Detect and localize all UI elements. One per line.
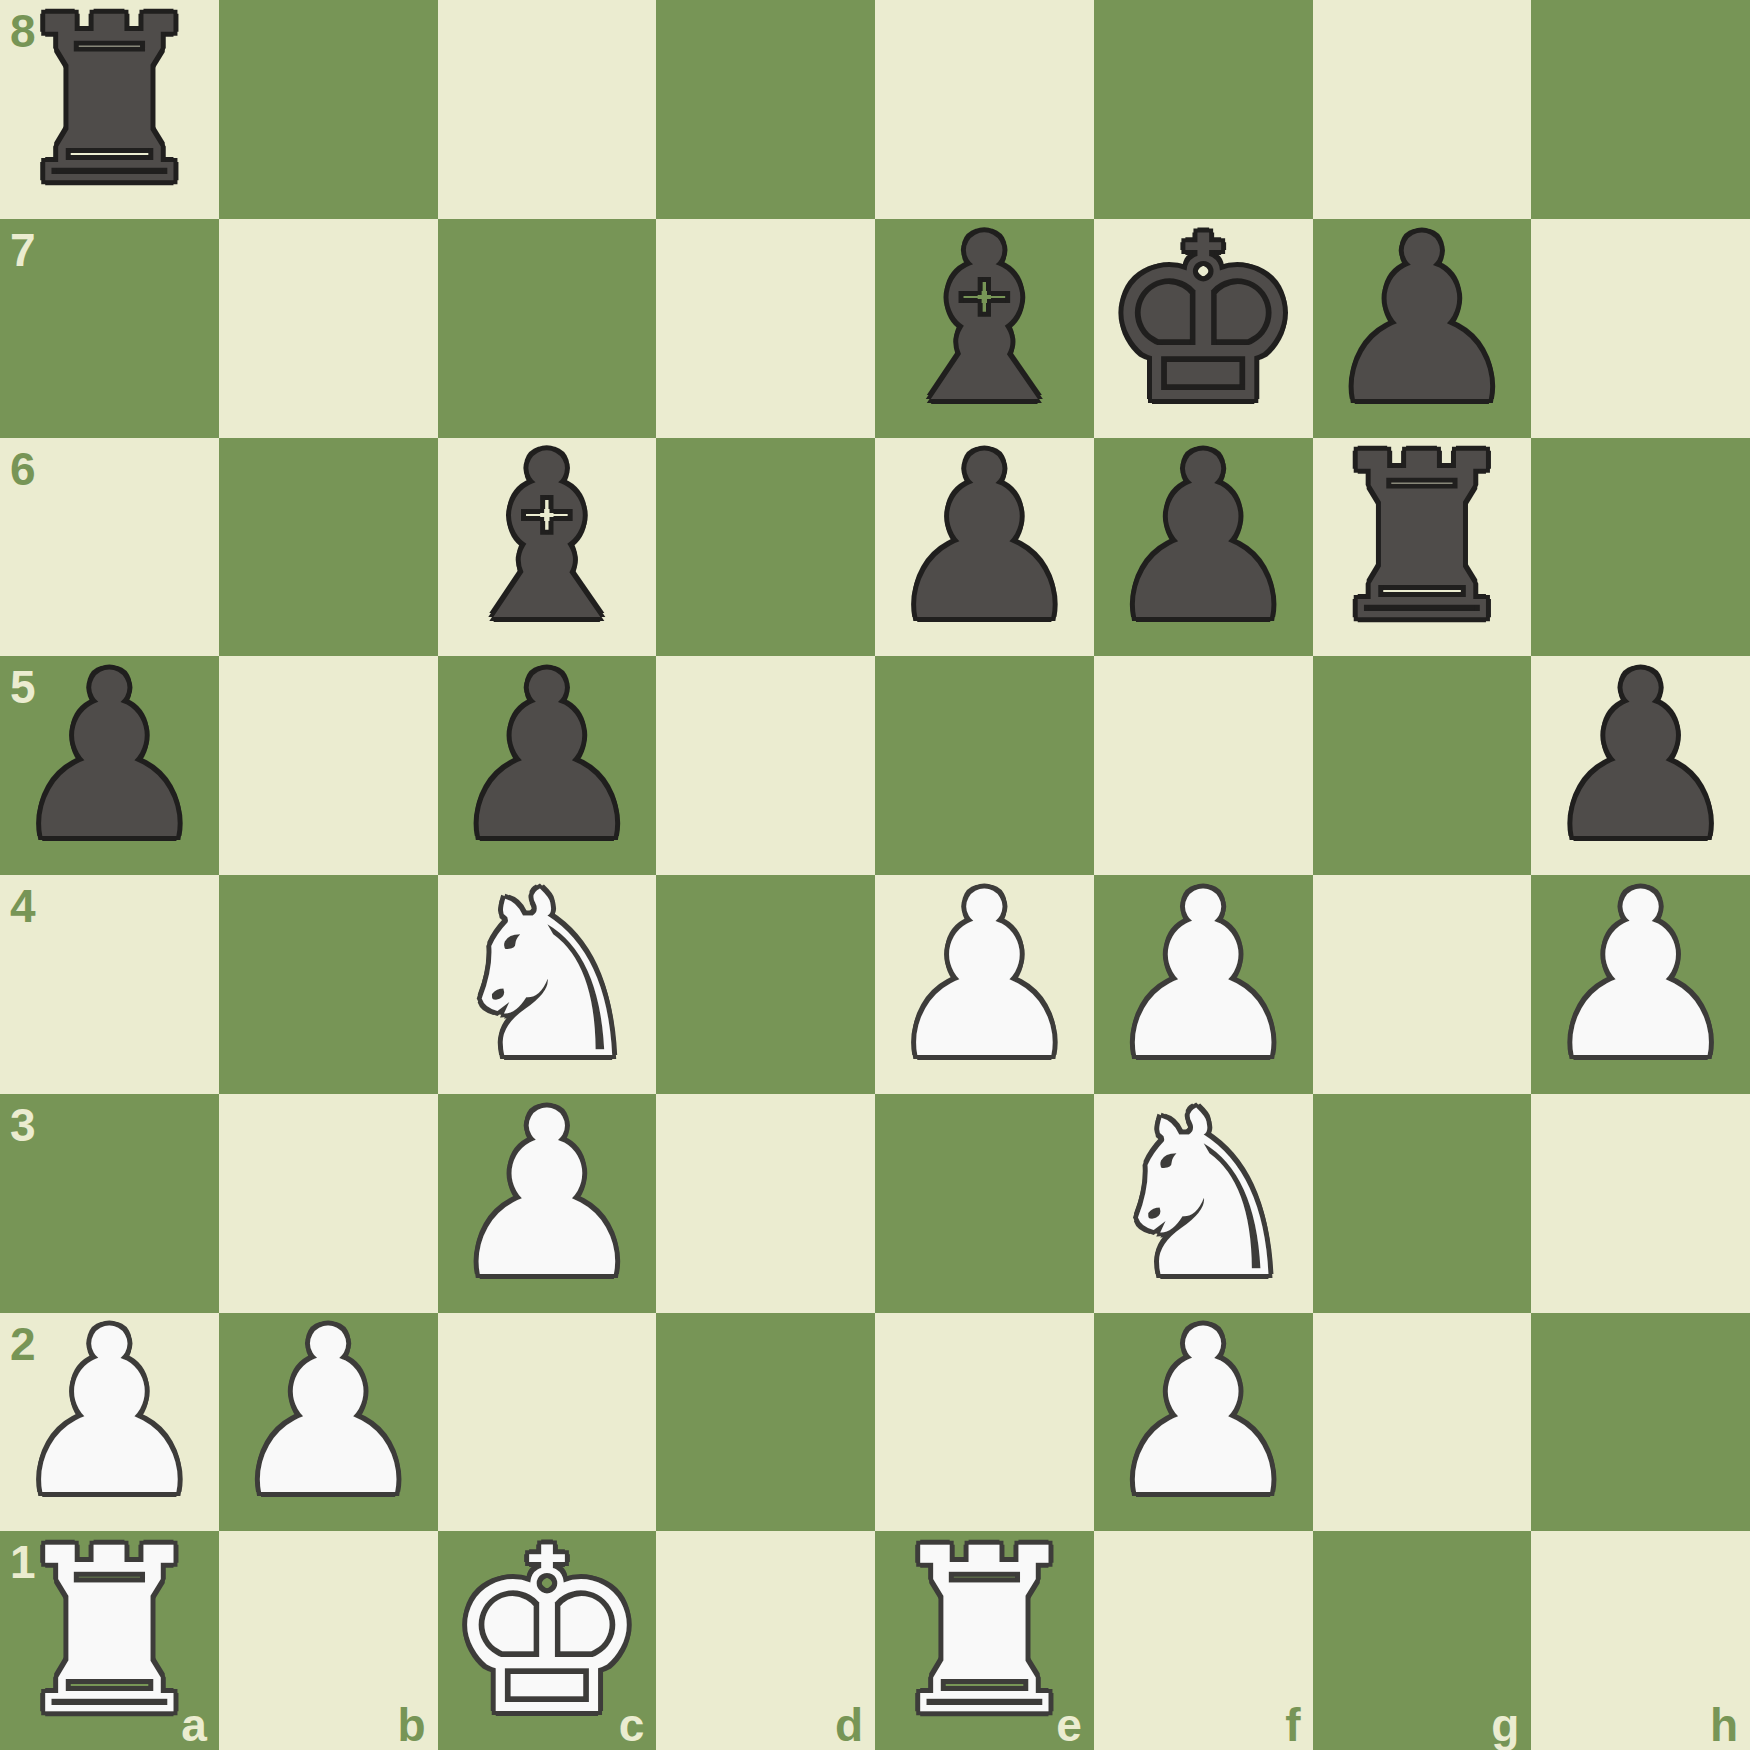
white-rook-a1[interactable]: ♜ <box>7 1531 211 1742</box>
square-b4[interactable] <box>219 875 438 1094</box>
square-f7[interactable]: ♚ <box>1094 219 1313 438</box>
black-bishop-e7[interactable]: ♝ <box>882 219 1086 430</box>
square-g7[interactable]: ♟ <box>1313 219 1532 438</box>
square-e3[interactable] <box>875 1094 1094 1313</box>
square-h8[interactable] <box>1531 0 1750 219</box>
square-c6[interactable]: ♝ <box>438 438 657 657</box>
black-rook-g6[interactable]: ♜ <box>1320 438 1524 649</box>
square-g1[interactable]: g <box>1313 1531 1532 1750</box>
file-label-f: f <box>1285 1702 1300 1748</box>
chess-board: 8♜7♝♚♟6♝♟♟♜5♟♟♟4♞♟♟♟3♟♞2♟♟♟1a♜bc♚de♜fgh <box>0 0 1750 1750</box>
file-label-b: b <box>397 1702 425 1748</box>
square-g3[interactable] <box>1313 1094 1532 1313</box>
square-h1[interactable]: h <box>1531 1531 1750 1750</box>
white-pawn-a2[interactable]: ♟ <box>7 1313 211 1524</box>
square-h2[interactable] <box>1531 1313 1750 1532</box>
rank-label-6: 6 <box>10 446 36 492</box>
square-e4[interactable]: ♟ <box>875 875 1094 1094</box>
square-a7[interactable]: 7 <box>0 219 219 438</box>
square-a8[interactable]: 8♜ <box>0 0 219 219</box>
square-e5[interactable] <box>875 656 1094 875</box>
square-d8[interactable] <box>656 0 875 219</box>
rank-label-4: 4 <box>10 883 36 929</box>
square-a2[interactable]: 2♟ <box>0 1313 219 1532</box>
square-e6[interactable]: ♟ <box>875 438 1094 657</box>
white-rook-e1[interactable]: ♜ <box>882 1531 1086 1742</box>
square-c2[interactable] <box>438 1313 657 1532</box>
black-pawn-c5[interactable]: ♟ <box>445 656 649 867</box>
square-c7[interactable] <box>438 219 657 438</box>
white-pawn-f4[interactable]: ♟ <box>1101 875 1305 1086</box>
black-king-f7[interactable]: ♚ <box>1101 219 1305 430</box>
square-f6[interactable]: ♟ <box>1094 438 1313 657</box>
square-b3[interactable] <box>219 1094 438 1313</box>
square-g2[interactable] <box>1313 1313 1532 1532</box>
square-c3[interactable]: ♟ <box>438 1094 657 1313</box>
white-pawn-c3[interactable]: ♟ <box>445 1094 649 1305</box>
square-a5[interactable]: 5♟ <box>0 656 219 875</box>
square-e1[interactable]: e♜ <box>875 1531 1094 1750</box>
square-g6[interactable]: ♜ <box>1313 438 1532 657</box>
square-d2[interactable] <box>656 1313 875 1532</box>
square-h6[interactable] <box>1531 438 1750 657</box>
square-h3[interactable] <box>1531 1094 1750 1313</box>
square-f2[interactable]: ♟ <box>1094 1313 1313 1532</box>
square-c5[interactable]: ♟ <box>438 656 657 875</box>
square-g5[interactable] <box>1313 656 1532 875</box>
square-f4[interactable]: ♟ <box>1094 875 1313 1094</box>
white-pawn-h4[interactable]: ♟ <box>1538 875 1742 1086</box>
square-g8[interactable] <box>1313 0 1532 219</box>
white-pawn-f2[interactable]: ♟ <box>1101 1313 1305 1524</box>
square-d5[interactable] <box>656 656 875 875</box>
white-knight-c4[interactable]: ♞ <box>445 875 649 1086</box>
square-c1[interactable]: c♚ <box>438 1531 657 1750</box>
square-a3[interactable]: 3 <box>0 1094 219 1313</box>
file-label-d: d <box>835 1702 863 1748</box>
black-pawn-g7[interactable]: ♟ <box>1320 219 1524 430</box>
square-a6[interactable]: 6 <box>0 438 219 657</box>
square-d6[interactable] <box>656 438 875 657</box>
square-h7[interactable] <box>1531 219 1750 438</box>
square-h5[interactable]: ♟ <box>1531 656 1750 875</box>
square-g4[interactable] <box>1313 875 1532 1094</box>
white-pawn-b2[interactable]: ♟ <box>226 1313 430 1524</box>
square-d4[interactable] <box>656 875 875 1094</box>
square-d3[interactable] <box>656 1094 875 1313</box>
square-f8[interactable] <box>1094 0 1313 219</box>
rank-label-7: 7 <box>10 227 36 273</box>
square-e8[interactable] <box>875 0 1094 219</box>
square-b7[interactable] <box>219 219 438 438</box>
black-pawn-f6[interactable]: ♟ <box>1101 438 1305 649</box>
black-pawn-e6[interactable]: ♟ <box>882 438 1086 649</box>
black-pawn-h5[interactable]: ♟ <box>1538 656 1742 867</box>
file-label-g: g <box>1491 1702 1519 1748</box>
white-king-c1[interactable]: ♚ <box>445 1531 649 1742</box>
square-f3[interactable]: ♞ <box>1094 1094 1313 1313</box>
black-pawn-a5[interactable]: ♟ <box>7 656 211 867</box>
square-f1[interactable]: f <box>1094 1531 1313 1750</box>
square-a4[interactable]: 4 <box>0 875 219 1094</box>
square-b1[interactable]: b <box>219 1531 438 1750</box>
square-f5[interactable] <box>1094 656 1313 875</box>
file-label-h: h <box>1710 1702 1738 1748</box>
square-c8[interactable] <box>438 0 657 219</box>
white-knight-f3[interactable]: ♞ <box>1101 1094 1305 1305</box>
square-a1[interactable]: 1a♜ <box>0 1531 219 1750</box>
rank-label-3: 3 <box>10 1102 36 1148</box>
square-b2[interactable]: ♟ <box>219 1313 438 1532</box>
square-e7[interactable]: ♝ <box>875 219 1094 438</box>
square-b8[interactable] <box>219 0 438 219</box>
square-e2[interactable] <box>875 1313 1094 1532</box>
square-h4[interactable]: ♟ <box>1531 875 1750 1094</box>
black-rook-a8[interactable]: ♜ <box>7 0 211 211</box>
square-b6[interactable] <box>219 438 438 657</box>
black-bishop-c6[interactable]: ♝ <box>445 438 649 649</box>
white-pawn-e4[interactable]: ♟ <box>882 875 1086 1086</box>
square-c4[interactable]: ♞ <box>438 875 657 1094</box>
square-d7[interactable] <box>656 219 875 438</box>
square-d1[interactable]: d <box>656 1531 875 1750</box>
square-b5[interactable] <box>219 656 438 875</box>
